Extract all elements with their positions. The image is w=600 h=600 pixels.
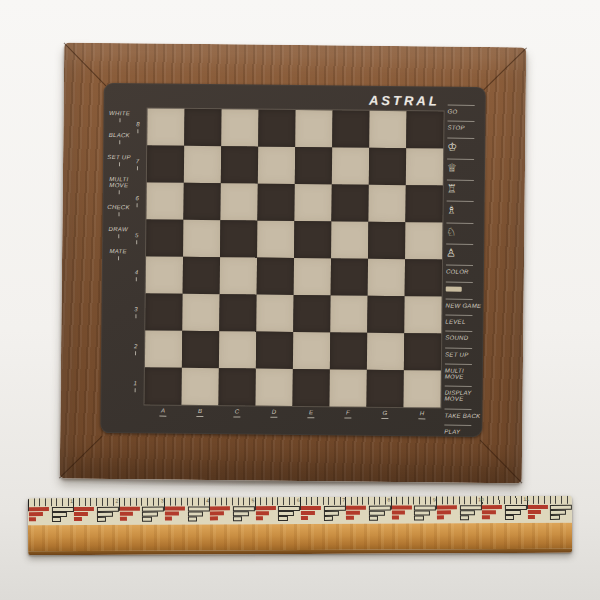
- square-h1[interactable]: [403, 370, 440, 407]
- rank-label-4: 4: [129, 256, 144, 293]
- square-f7[interactable]: [332, 147, 369, 184]
- indicator-black: BLACK: [106, 132, 132, 144]
- square-e6[interactable]: [294, 184, 331, 221]
- ruler-block: [28, 507, 51, 525]
- square-h4[interactable]: [405, 259, 442, 296]
- square-e4[interactable]: [294, 258, 331, 295]
- ruler-block: [255, 506, 278, 524]
- indicator-multi-move: MULTI MOVE: [106, 176, 132, 194]
- ruler-block: [345, 506, 368, 524]
- square-a4[interactable]: [146, 256, 183, 293]
- knight-icon[interactable]: ♘: [446, 222, 482, 237]
- ruler-inch-number-6: 6: [297, 498, 300, 503]
- king-icon: ♔: [447, 141, 457, 152]
- go-button[interactable]: GO: [448, 105, 484, 115]
- ruler-block: [527, 505, 550, 523]
- square-g5[interactable]: [368, 222, 405, 259]
- ruler-fraction-blocks: [28, 505, 572, 525]
- ruler-inch-number-7: 7: [342, 498, 345, 503]
- indicator-mate: MATE: [105, 248, 131, 260]
- square-g2[interactable]: [367, 333, 404, 370]
- square-d2[interactable]: [256, 332, 293, 369]
- square-c4[interactable]: [220, 257, 257, 294]
- square-d1[interactable]: [256, 369, 293, 406]
- file-label-b: B: [181, 408, 218, 422]
- square-g3[interactable]: [367, 296, 404, 333]
- set-up-button[interactable]: SET UP: [445, 347, 481, 357]
- square-b8[interactable]: [184, 109, 221, 146]
- square-c3[interactable]: [219, 294, 256, 331]
- pawn-icon: ♙: [446, 248, 456, 259]
- ruler-block: [391, 506, 414, 524]
- ruler-block: [481, 505, 504, 523]
- ruler: 1234567891011: [28, 496, 572, 555]
- square-a3[interactable]: [145, 293, 182, 330]
- ruler-inch-number-2: 2: [116, 499, 119, 504]
- ruler-inch-number-1: 1: [70, 499, 73, 504]
- right-control-column: GOSTOP♔♕♖♗♘♙COLORNEW GAMELEVELSOUNDSET U…: [444, 105, 483, 435]
- square-c7[interactable]: [221, 146, 258, 183]
- indicator-white: WHITE: [106, 110, 132, 122]
- square-e3[interactable]: [293, 295, 330, 332]
- square-d8[interactable]: [258, 110, 295, 147]
- square-g6[interactable]: [368, 185, 405, 222]
- file-labels: ABCDEFGH: [144, 407, 440, 424]
- photo-scene: ASTRAL WHITEBLACKSET UPMULTI MOVECHECKDR…: [0, 0, 600, 600]
- ruler-block: [187, 506, 210, 524]
- control-panel: ASTRAL WHITEBLACKSET UPMULTI MOVECHECKDR…: [100, 83, 486, 437]
- chess-computer: ASTRAL WHITEBLACKSET UPMULTI MOVECHECKDR…: [60, 43, 527, 484]
- wooden-frame: ASTRAL WHITEBLACKSET UPMULTI MOVECHECKDR…: [60, 43, 527, 484]
- ruler-block: [119, 507, 142, 525]
- file-label-a: A: [144, 407, 181, 421]
- stop-button[interactable]: STOP: [447, 121, 483, 131]
- ruler-inch-number-3: 3: [161, 499, 164, 504]
- square-h7[interactable]: [406, 148, 443, 185]
- square-a6[interactable]: [146, 182, 183, 219]
- rook-icon[interactable]: ♖: [447, 180, 483, 195]
- ruler-scale-strip: 1234567891011: [28, 496, 572, 525]
- square-b7[interactable]: [184, 146, 221, 183]
- rank-label-1: 1: [128, 367, 143, 404]
- play-button[interactable]: PLAY: [444, 424, 480, 434]
- square-h5[interactable]: [405, 222, 442, 259]
- rank-label-5: 5: [129, 219, 144, 256]
- square-b2[interactable]: [182, 331, 219, 368]
- square-b6[interactable]: [183, 183, 220, 220]
- square-a2[interactable]: [145, 330, 182, 367]
- frame-mitre-seam: [483, 47, 527, 90]
- rank-labels: 87654321: [128, 108, 146, 404]
- frame-mitre-seam: [480, 440, 523, 484]
- board-shadow: [70, 479, 520, 487]
- square-c1[interactable]: [219, 368, 256, 405]
- ruler-inch-number-9: 9: [433, 497, 436, 502]
- take-back-button[interactable]: TAKE BACK: [444, 408, 480, 418]
- rank-label-3: 3: [128, 293, 143, 330]
- ruler-inch-number-10: 10: [478, 497, 484, 502]
- ruler-block: [277, 506, 300, 524]
- ruler-block: [164, 506, 187, 524]
- sound-button[interactable]: SOUND: [445, 331, 481, 341]
- display-move-button[interactable]: DISPLAY MOVE: [445, 386, 481, 402]
- rank-label-6: 6: [129, 182, 144, 219]
- square-d7[interactable]: [258, 147, 295, 184]
- file-label-f: F: [329, 409, 366, 423]
- ruler-block: [300, 506, 323, 524]
- ruler-inch-number-11: 11: [524, 497, 529, 502]
- ruler-block: [413, 505, 436, 523]
- square-c8[interactable]: [221, 109, 258, 146]
- ruler-inch-number-8: 8: [388, 498, 391, 503]
- king-icon[interactable]: ♔: [447, 137, 483, 152]
- ruler-block: [368, 506, 391, 524]
- file-label-e: E: [292, 409, 329, 423]
- square-b5[interactable]: [183, 220, 220, 257]
- queen-icon[interactable]: ♕: [447, 158, 483, 173]
- ruler-block: [209, 506, 232, 524]
- ruler-block: [73, 507, 96, 525]
- rank-label-7: 7: [130, 145, 145, 182]
- square-g8[interactable]: [369, 111, 406, 148]
- frame-mitre-seam: [64, 43, 107, 87]
- square-f2[interactable]: [330, 332, 367, 369]
- square-c2[interactable]: [219, 331, 256, 368]
- rank-label-2: 2: [128, 330, 143, 367]
- file-label-c: C: [218, 408, 255, 422]
- ruler-block: [141, 507, 164, 525]
- square-a7[interactable]: [147, 145, 184, 182]
- square-e7[interactable]: [295, 147, 332, 184]
- indicator-check: CHECK: [105, 204, 131, 216]
- square-h2[interactable]: [404, 333, 441, 370]
- square-a1[interactable]: [145, 367, 182, 404]
- rook-icon: ♖: [447, 184, 457, 195]
- bishop-icon[interactable]: ♗: [447, 201, 483, 216]
- square-f8[interactable]: [332, 110, 369, 147]
- file-label-d: D: [255, 409, 292, 423]
- pawn-icon[interactable]: ♙: [446, 244, 482, 259]
- queen-icon: ♕: [447, 162, 457, 173]
- square-h8[interactable]: [406, 111, 443, 148]
- color-button[interactable]: COLOR: [446, 265, 482, 275]
- ruler-block: [96, 507, 119, 525]
- square-a8[interactable]: [147, 108, 184, 145]
- square-g4[interactable]: [368, 259, 405, 296]
- square-c6[interactable]: [220, 183, 257, 220]
- square-a5[interactable]: [146, 219, 183, 256]
- color-led: [446, 281, 482, 292]
- square-d5[interactable]: [257, 221, 294, 258]
- square-e8[interactable]: [295, 110, 332, 147]
- square-d3[interactable]: [256, 295, 293, 332]
- knight-icon: ♘: [446, 226, 456, 237]
- square-h3[interactable]: [404, 296, 441, 333]
- ruler-inch-number-5: 5: [252, 498, 255, 503]
- brand-logo: ASTRAL: [369, 93, 440, 109]
- file-label-g: G: [366, 410, 403, 424]
- ruler-block: [323, 506, 346, 524]
- indicator-set-up: SET UP: [106, 154, 132, 166]
- bishop-icon: ♗: [447, 205, 457, 216]
- square-d6[interactable]: [257, 184, 294, 221]
- square-b4[interactable]: [183, 257, 220, 294]
- square-c5[interactable]: [220, 220, 257, 257]
- file-label-h: H: [403, 410, 440, 424]
- ruler-wood-body: [28, 523, 572, 551]
- ruler-block: [459, 505, 482, 523]
- ruler-block: [51, 507, 74, 525]
- square-f1[interactable]: [330, 369, 367, 406]
- board-grid: [145, 108, 444, 407]
- level-button[interactable]: LEVEL: [445, 315, 481, 325]
- square-g1[interactable]: [366, 370, 403, 407]
- square-f3[interactable]: [330, 295, 367, 332]
- square-f6[interactable]: [331, 184, 368, 221]
- multi-move-button[interactable]: MULTI MOVE: [445, 364, 481, 380]
- square-b1[interactable]: [182, 368, 219, 405]
- frame-mitre-seam: [59, 436, 103, 479]
- square-e5[interactable]: [294, 221, 331, 258]
- square-f5[interactable]: [331, 221, 368, 258]
- ruler-block: [504, 505, 527, 523]
- new-game-button[interactable]: NEW GAME: [446, 298, 482, 308]
- square-e2[interactable]: [293, 332, 330, 369]
- ruler-block: [549, 505, 572, 523]
- ruler-block: [232, 506, 255, 524]
- rank-label-8: 8: [130, 108, 145, 145]
- square-f4[interactable]: [331, 258, 368, 295]
- square-g7[interactable]: [369, 148, 406, 185]
- square-b3[interactable]: [182, 294, 219, 331]
- square-e1[interactable]: [293, 369, 330, 406]
- indicator-draw: DRAW: [105, 226, 131, 238]
- ruler-block: [436, 505, 459, 523]
- square-d4[interactable]: [257, 258, 294, 295]
- square-h6[interactable]: [405, 185, 442, 222]
- ruler-inch-number-4: 4: [206, 498, 209, 503]
